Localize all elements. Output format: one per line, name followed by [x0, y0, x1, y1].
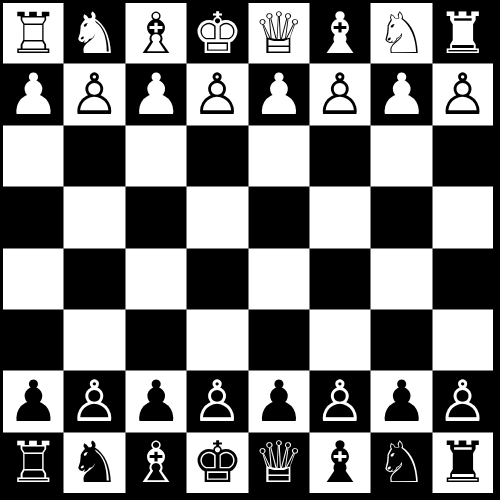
piece-white-pawn[interactable]: ♙ — [437, 66, 488, 123]
square-f6[interactable] — [126, 310, 186, 370]
piece-white-pawn[interactable]: ♟ — [130, 66, 181, 123]
square-h4[interactable] — [3, 187, 63, 247]
square-a3[interactable] — [433, 126, 493, 186]
square-g3[interactable] — [64, 126, 124, 186]
piece-black-pawn[interactable]: ♟ — [130, 373, 181, 430]
square-f2[interactable]: ♟ — [126, 64, 186, 124]
square-f1[interactable]: ♗ — [126, 3, 186, 63]
chess-app: { "game": "chess", "position": { "fen": … — [0, 0, 500, 500]
square-b4[interactable] — [371, 187, 431, 247]
piece-black-pawn[interactable]: ♙ — [315, 373, 366, 430]
square-e3[interactable] — [187, 126, 247, 186]
square-e6[interactable] — [187, 310, 247, 370]
piece-white-rook[interactable]: ♖ — [8, 5, 59, 62]
piece-black-pawn[interactable]: ♟ — [8, 373, 59, 430]
square-b5[interactable] — [371, 249, 431, 309]
square-a7[interactable]: ♙ — [433, 371, 493, 431]
piece-black-knight[interactable]: ♞ — [69, 434, 120, 491]
piece-black-rook[interactable]: ♜ — [437, 434, 488, 491]
square-e4[interactable] — [187, 187, 247, 247]
square-c2[interactable]: ♙ — [310, 64, 370, 124]
square-a5[interactable] — [433, 249, 493, 309]
square-h3[interactable] — [3, 126, 63, 186]
piece-white-knight[interactable]: ♞ — [69, 5, 120, 62]
piece-white-bishop[interactable]: ♝ — [315, 5, 366, 62]
square-d5[interactable] — [249, 249, 309, 309]
piece-white-bishop[interactable]: ♗ — [130, 5, 181, 62]
piece-white-knight[interactable]: ♘ — [376, 5, 427, 62]
square-g6[interactable] — [64, 310, 124, 370]
square-b1[interactable]: ♘ — [371, 3, 431, 63]
square-f5[interactable] — [126, 249, 186, 309]
square-a8[interactable]: ♜ — [433, 433, 493, 493]
piece-black-bishop[interactable]: ♝ — [315, 434, 366, 491]
square-f4[interactable] — [126, 187, 186, 247]
square-a4[interactable] — [433, 187, 493, 247]
piece-white-queen[interactable]: ♕ — [253, 5, 304, 62]
square-d4[interactable] — [249, 187, 309, 247]
square-b6[interactable] — [371, 310, 431, 370]
square-b3[interactable] — [371, 126, 431, 186]
square-c7[interactable]: ♙ — [310, 371, 370, 431]
square-e1[interactable]: ♚ — [187, 3, 247, 63]
square-b7[interactable]: ♟ — [371, 371, 431, 431]
square-g1[interactable]: ♞ — [64, 3, 124, 63]
square-a1[interactable]: ♜ — [433, 3, 493, 63]
square-h7[interactable]: ♟ — [3, 371, 63, 431]
square-f8[interactable]: ♗ — [126, 433, 186, 493]
square-g5[interactable] — [64, 249, 124, 309]
square-c4[interactable] — [310, 187, 370, 247]
square-e7[interactable]: ♙ — [187, 371, 247, 431]
square-c6[interactable] — [310, 310, 370, 370]
piece-black-queen[interactable]: ♕ — [253, 434, 304, 491]
chess-board: ♖♞♗♚♕♝♘♜♟♙♟♙♟♙♟♙♟♙♟♙♟♙♟♙♖♞♗♚♕♝♘♜ — [3, 3, 493, 493]
square-c1[interactable]: ♝ — [310, 3, 370, 63]
square-g8[interactable]: ♞ — [64, 433, 124, 493]
piece-white-king[interactable]: ♚ — [192, 5, 243, 62]
square-f7[interactable]: ♟ — [126, 371, 186, 431]
piece-white-pawn[interactable]: ♙ — [69, 66, 120, 123]
square-d1[interactable]: ♕ — [249, 3, 309, 63]
square-d3[interactable] — [249, 126, 309, 186]
piece-white-pawn[interactable]: ♙ — [315, 66, 366, 123]
square-c8[interactable]: ♝ — [310, 433, 370, 493]
square-c3[interactable] — [310, 126, 370, 186]
piece-white-pawn[interactable]: ♟ — [376, 66, 427, 123]
square-d7[interactable]: ♟ — [249, 371, 309, 431]
square-e5[interactable] — [187, 249, 247, 309]
square-c5[interactable] — [310, 249, 370, 309]
square-h1[interactable]: ♖ — [3, 3, 63, 63]
piece-black-pawn[interactable]: ♟ — [376, 373, 427, 430]
square-a2[interactable]: ♙ — [433, 64, 493, 124]
square-d2[interactable]: ♟ — [249, 64, 309, 124]
piece-black-pawn[interactable]: ♙ — [192, 373, 243, 430]
piece-white-pawn[interactable]: ♙ — [192, 66, 243, 123]
square-h2[interactable]: ♟ — [3, 64, 63, 124]
square-d8[interactable]: ♕ — [249, 433, 309, 493]
square-e2[interactable]: ♙ — [187, 64, 247, 124]
piece-black-bishop[interactable]: ♗ — [130, 434, 181, 491]
square-a6[interactable] — [433, 310, 493, 370]
square-h6[interactable] — [3, 310, 63, 370]
piece-black-pawn[interactable]: ♙ — [69, 373, 120, 430]
square-g7[interactable]: ♙ — [64, 371, 124, 431]
square-g2[interactable]: ♙ — [64, 64, 124, 124]
square-e8[interactable]: ♚ — [187, 433, 247, 493]
piece-black-rook[interactable]: ♖ — [8, 434, 59, 491]
square-d6[interactable] — [249, 310, 309, 370]
piece-black-pawn[interactable]: ♙ — [437, 373, 488, 430]
square-f3[interactable] — [126, 126, 186, 186]
square-b2[interactable]: ♟ — [371, 64, 431, 124]
piece-black-knight[interactable]: ♘ — [376, 434, 427, 491]
piece-black-pawn[interactable]: ♟ — [253, 373, 304, 430]
piece-white-rook[interactable]: ♜ — [437, 5, 488, 62]
square-h8[interactable]: ♖ — [3, 433, 63, 493]
square-b8[interactable]: ♘ — [371, 433, 431, 493]
piece-white-pawn[interactable]: ♟ — [253, 66, 304, 123]
piece-black-king[interactable]: ♚ — [192, 434, 243, 491]
square-h5[interactable] — [3, 249, 63, 309]
square-g4[interactable] — [64, 187, 124, 247]
piece-white-pawn[interactable]: ♟ — [8, 66, 59, 123]
